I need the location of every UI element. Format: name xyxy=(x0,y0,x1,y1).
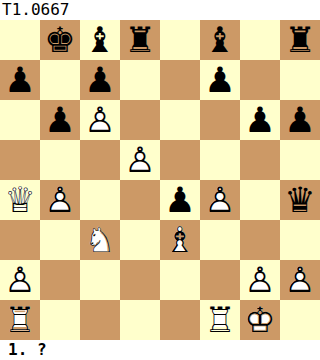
black-pawn-icon: ♟ xyxy=(240,100,280,140)
white-pawn-outline-icon: ♙ xyxy=(0,260,40,300)
square-a4[interactable]: ♛♕ xyxy=(0,180,40,220)
square-d7[interactable] xyxy=(120,60,160,100)
square-e2[interactable] xyxy=(160,260,200,300)
white-bishop-outline-icon: ♗ xyxy=(160,220,200,260)
piece-black-bishop[interactable]: ♝ xyxy=(80,20,120,60)
white-pawn-outline-icon: ♙ xyxy=(80,100,120,140)
piece-white-pawn[interactable]: ♟♙ xyxy=(200,180,240,220)
piece-white-pawn[interactable]: ♟♙ xyxy=(280,260,320,300)
square-g7[interactable] xyxy=(240,60,280,100)
black-pawn-icon: ♟ xyxy=(80,60,120,100)
black-bishop-icon: ♝ xyxy=(200,20,240,60)
chess-puzzle-window: T1.0667 ♚♝♜♝♜♟♟♟♟♟♙♟♟♟♙♛♕♟♙♟♟♙♛♞♘♝♗♟♙♟♙♟… xyxy=(0,0,320,360)
square-d5[interactable]: ♟♙ xyxy=(120,140,160,180)
square-h6[interactable]: ♟ xyxy=(280,100,320,140)
chess-board: ♚♝♜♝♜♟♟♟♟♟♙♟♟♟♙♛♕♟♙♟♟♙♛♞♘♝♗♟♙♟♙♟♙♜♖♜♖♚♔ xyxy=(0,20,320,340)
square-d1[interactable] xyxy=(120,300,160,340)
black-bishop-icon: ♝ xyxy=(80,20,120,60)
white-pawn-outline-icon: ♙ xyxy=(40,180,80,220)
piece-white-pawn[interactable]: ♟♙ xyxy=(0,260,40,300)
piece-white-rook[interactable]: ♜♖ xyxy=(200,300,240,340)
square-f1[interactable]: ♜♖ xyxy=(200,300,240,340)
square-c1[interactable] xyxy=(80,300,120,340)
square-g2[interactable]: ♟♙ xyxy=(240,260,280,300)
square-e6[interactable] xyxy=(160,100,200,140)
black-rook-icon: ♜ xyxy=(120,20,160,60)
square-g8[interactable] xyxy=(240,20,280,60)
square-c3[interactable]: ♞♘ xyxy=(80,220,120,260)
black-pawn-icon: ♟ xyxy=(160,180,200,220)
square-c5[interactable] xyxy=(80,140,120,180)
square-e3[interactable]: ♝♗ xyxy=(160,220,200,260)
black-queen-icon: ♛ xyxy=(280,180,320,220)
square-e4[interactable]: ♟ xyxy=(160,180,200,220)
white-pawn-outline-icon: ♙ xyxy=(240,260,280,300)
square-b3[interactable] xyxy=(40,220,80,260)
square-b2[interactable] xyxy=(40,260,80,300)
square-c8[interactable]: ♝ xyxy=(80,20,120,60)
square-f3[interactable] xyxy=(200,220,240,260)
white-rook-outline-icon: ♖ xyxy=(0,300,40,340)
piece-white-queen[interactable]: ♛♕ xyxy=(0,180,40,220)
black-pawn-icon: ♟ xyxy=(200,60,240,100)
white-pawn-outline-icon: ♙ xyxy=(200,180,240,220)
square-d8[interactable]: ♜ xyxy=(120,20,160,60)
square-h4[interactable]: ♛ xyxy=(280,180,320,220)
square-a7[interactable]: ♟ xyxy=(0,60,40,100)
square-b4[interactable]: ♟♙ xyxy=(40,180,80,220)
square-c2[interactable] xyxy=(80,260,120,300)
piece-white-pawn[interactable]: ♟♙ xyxy=(40,180,80,220)
piece-black-pawn[interactable]: ♟ xyxy=(40,100,80,140)
white-pawn-outline-icon: ♙ xyxy=(280,260,320,300)
square-a2[interactable]: ♟♙ xyxy=(0,260,40,300)
square-g3[interactable] xyxy=(240,220,280,260)
black-rook-icon: ♜ xyxy=(280,20,320,60)
square-e1[interactable] xyxy=(160,300,200,340)
square-a1[interactable]: ♜♖ xyxy=(0,300,40,340)
square-f8[interactable]: ♝ xyxy=(200,20,240,60)
square-f2[interactable] xyxy=(200,260,240,300)
square-b7[interactable] xyxy=(40,60,80,100)
square-g5[interactable] xyxy=(240,140,280,180)
square-a5[interactable] xyxy=(0,140,40,180)
square-g6[interactable]: ♟ xyxy=(240,100,280,140)
piece-black-king[interactable]: ♚ xyxy=(40,20,80,60)
square-c6[interactable]: ♟♙ xyxy=(80,100,120,140)
square-b8[interactable]: ♚ xyxy=(40,20,80,60)
square-h7[interactable] xyxy=(280,60,320,100)
square-h5[interactable] xyxy=(280,140,320,180)
piece-black-pawn[interactable]: ♟ xyxy=(160,180,200,220)
piece-white-bishop[interactable]: ♝♗ xyxy=(160,220,200,260)
white-pawn-outline-icon: ♙ xyxy=(120,140,160,180)
square-c4[interactable] xyxy=(80,180,120,220)
piece-black-pawn[interactable]: ♟ xyxy=(240,100,280,140)
piece-white-knight[interactable]: ♞♘ xyxy=(80,220,120,260)
white-queen-outline-icon: ♕ xyxy=(0,180,40,220)
square-a6[interactable] xyxy=(0,100,40,140)
puzzle-title: T1.0667 xyxy=(0,0,320,20)
square-b6[interactable]: ♟ xyxy=(40,100,80,140)
piece-white-pawn[interactable]: ♟♙ xyxy=(240,260,280,300)
piece-white-pawn[interactable]: ♟♙ xyxy=(80,100,120,140)
piece-black-queen[interactable]: ♛ xyxy=(280,180,320,220)
square-f6[interactable] xyxy=(200,100,240,140)
square-a8[interactable] xyxy=(0,20,40,60)
black-pawn-icon: ♟ xyxy=(40,100,80,140)
piece-black-pawn[interactable]: ♟ xyxy=(0,60,40,100)
square-e7[interactable] xyxy=(160,60,200,100)
square-e8[interactable] xyxy=(160,20,200,60)
square-h8[interactable]: ♜ xyxy=(280,20,320,60)
square-g1[interactable]: ♚♔ xyxy=(240,300,280,340)
piece-black-pawn[interactable]: ♟ xyxy=(80,60,120,100)
piece-white-pawn[interactable]: ♟♙ xyxy=(120,140,160,180)
piece-white-rook[interactable]: ♜♖ xyxy=(0,300,40,340)
square-b1[interactable] xyxy=(40,300,80,340)
square-c7[interactable]: ♟ xyxy=(80,60,120,100)
piece-black-pawn[interactable]: ♟ xyxy=(280,100,320,140)
piece-black-pawn[interactable]: ♟ xyxy=(200,60,240,100)
black-king-icon: ♚ xyxy=(40,20,80,60)
piece-black-rook[interactable]: ♜ xyxy=(120,20,160,60)
white-king-outline-icon: ♔ xyxy=(240,300,280,340)
square-d3[interactable] xyxy=(120,220,160,260)
black-pawn-icon: ♟ xyxy=(0,60,40,100)
piece-black-bishop[interactable]: ♝ xyxy=(200,20,240,60)
square-e5[interactable] xyxy=(160,140,200,180)
square-f7[interactable]: ♟ xyxy=(200,60,240,100)
black-pawn-icon: ♟ xyxy=(280,100,320,140)
piece-black-rook[interactable]: ♜ xyxy=(280,20,320,60)
white-knight-outline-icon: ♘ xyxy=(80,220,120,260)
square-d6[interactable] xyxy=(120,100,160,140)
square-a3[interactable] xyxy=(0,220,40,260)
piece-white-king[interactable]: ♚♔ xyxy=(240,300,280,340)
square-h3[interactable] xyxy=(280,220,320,260)
square-f4[interactable]: ♟♙ xyxy=(200,180,240,220)
square-d4[interactable] xyxy=(120,180,160,220)
white-rook-outline-icon: ♖ xyxy=(200,300,240,340)
square-f5[interactable] xyxy=(200,140,240,180)
square-h2[interactable]: ♟♙ xyxy=(280,260,320,300)
square-h1[interactable] xyxy=(280,300,320,340)
square-d2[interactable] xyxy=(120,260,160,300)
move-prompt: 1. ? xyxy=(0,340,320,360)
square-g4[interactable] xyxy=(240,180,280,220)
square-b5[interactable] xyxy=(40,140,80,180)
